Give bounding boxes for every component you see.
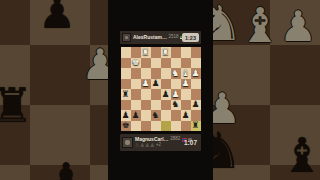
board-square[interactable]	[131, 79, 141, 90]
opponent-clock: 1:23	[182, 33, 199, 42]
board-square[interactable]	[181, 47, 191, 58]
board-square[interactable]: ♜	[141, 47, 151, 58]
board-square[interactable]	[121, 68, 131, 79]
board-square[interactable]: ♜	[191, 121, 201, 132]
board-square[interactable]	[171, 58, 181, 69]
board-square[interactable]	[141, 89, 151, 100]
black-pawn[interactable]: ♟	[161, 89, 171, 100]
board-square[interactable]	[151, 68, 161, 79]
board-square[interactable]	[121, 58, 131, 69]
opponent-name[interactable]: AlexRustam…	[133, 35, 167, 41]
board-square[interactable]	[151, 100, 161, 111]
board-square[interactable]	[171, 121, 181, 132]
board-square[interactable]	[131, 89, 141, 100]
board-square[interactable]: ♟	[131, 110, 141, 121]
board-square[interactable]: ♟	[161, 89, 171, 100]
board-square[interactable]: ♚	[121, 121, 131, 132]
board-square[interactable]	[131, 100, 141, 111]
white-rook[interactable]: ♜	[161, 47, 171, 58]
board-square[interactable]	[161, 121, 171, 132]
board-square[interactable]	[161, 58, 171, 69]
black-pawn[interactable]: ♟	[131, 110, 141, 121]
board-square[interactable]: ♟	[151, 79, 161, 90]
board-square[interactable]	[141, 68, 151, 79]
black-pawn[interactable]: ♟	[191, 100, 201, 111]
chess-board[interactable]: ♜♜♚♞♝♟♟♟♟♜♟♟♞♟♟♟♞♟♚♜	[121, 47, 201, 131]
board-square[interactable]	[171, 79, 181, 90]
board-square[interactable]	[181, 121, 191, 132]
board-square[interactable]	[161, 68, 171, 79]
board-square[interactable]: ♚	[131, 58, 141, 69]
black-king[interactable]: ♚	[121, 121, 131, 132]
board-square[interactable]	[171, 110, 181, 121]
board-square[interactable]	[191, 89, 201, 100]
board-square[interactable]	[191, 79, 201, 90]
board-square[interactable]	[181, 58, 191, 69]
player-clock: 1:07	[184, 139, 199, 146]
opponent-avatar[interactable]	[122, 33, 131, 42]
opponent-bar: AlexRustam… 2518 1:23	[120, 31, 201, 44]
player-avatar[interactable]	[122, 137, 133, 148]
board-square[interactable]: ♞	[171, 68, 181, 79]
black-pawn[interactable]: ♟	[151, 79, 161, 90]
board-square[interactable]	[161, 79, 171, 90]
board-square[interactable]	[171, 47, 181, 58]
board-square[interactable]	[191, 47, 201, 58]
white-pawn[interactable]: ♟	[171, 89, 181, 100]
black-pawn[interactable]: ♟	[181, 110, 191, 121]
phone-video-strip: AlexRustam… 2518 1:23 ♜♜♚♞♝♟♟♟♟♜♟♟♞♟♟♟♞♟…	[108, 0, 213, 180]
white-rook[interactable]: ♜	[141, 47, 151, 58]
board-square[interactable]: ♟	[181, 110, 191, 121]
board-square[interactable]	[141, 58, 151, 69]
board-square[interactable]	[161, 100, 171, 111]
board-square[interactable]	[151, 121, 161, 132]
material-score: +2	[156, 143, 161, 148]
white-pawn[interactable]: ♟	[191, 68, 201, 79]
board-square[interactable]: ♟	[181, 79, 191, 90]
board-square[interactable]	[131, 47, 141, 58]
board-square[interactable]	[121, 100, 131, 111]
white-knight[interactable]: ♞	[171, 68, 181, 79]
board-square[interactable]	[141, 100, 151, 111]
board-square[interactable]	[151, 58, 161, 69]
board-square[interactable]: ♞	[171, 100, 181, 111]
board-square[interactable]	[151, 47, 161, 58]
board-square[interactable]	[141, 121, 151, 132]
black-rook[interactable]: ♜	[191, 121, 201, 132]
black-rook[interactable]: ♜	[121, 89, 131, 100]
board-square[interactable]	[181, 89, 191, 100]
black-knight[interactable]: ♞	[171, 100, 181, 111]
board-square[interactable]: ♟	[191, 100, 201, 111]
board-square[interactable]	[121, 47, 131, 58]
white-bishop[interactable]: ♝	[181, 68, 191, 79]
board-square[interactable]: ♞	[151, 110, 161, 121]
board-square[interactable]	[141, 110, 151, 121]
board-square[interactable]: ♜	[121, 89, 131, 100]
board-square[interactable]: ♟	[191, 68, 201, 79]
player-bar: MagnusCarl… 2882 ♘♙♙♙ +2 1:07	[120, 134, 201, 151]
board-square[interactable]	[151, 89, 161, 100]
board-square[interactable]	[181, 100, 191, 111]
board-square[interactable]	[191, 58, 201, 69]
board-square[interactable]: ♟	[121, 110, 131, 121]
board-square[interactable]	[161, 110, 171, 121]
opponent-rating: 2518	[168, 35, 178, 40]
board-square[interactable]	[191, 110, 201, 121]
board-square[interactable]: ♝	[181, 68, 191, 79]
player-rating: 2882	[170, 137, 180, 142]
white-pawn[interactable]: ♟	[181, 79, 191, 90]
board-square[interactable]	[131, 121, 141, 132]
avatar-icon	[125, 140, 129, 144]
board-square[interactable]: ♜	[161, 47, 171, 58]
board-square[interactable]: ♟	[141, 79, 151, 90]
board-square[interactable]: ♟	[171, 89, 181, 100]
board-square[interactable]	[131, 68, 141, 79]
black-knight[interactable]: ♞	[151, 110, 161, 121]
avatar-icon	[125, 36, 128, 39]
board-square[interactable]	[121, 79, 131, 90]
white-king[interactable]: ♚	[131, 58, 141, 69]
white-pawn[interactable]: ♟	[141, 79, 151, 90]
captured-pieces: ♘♙♙♙	[135, 143, 155, 149]
black-pawn[interactable]: ♟	[121, 110, 131, 121]
